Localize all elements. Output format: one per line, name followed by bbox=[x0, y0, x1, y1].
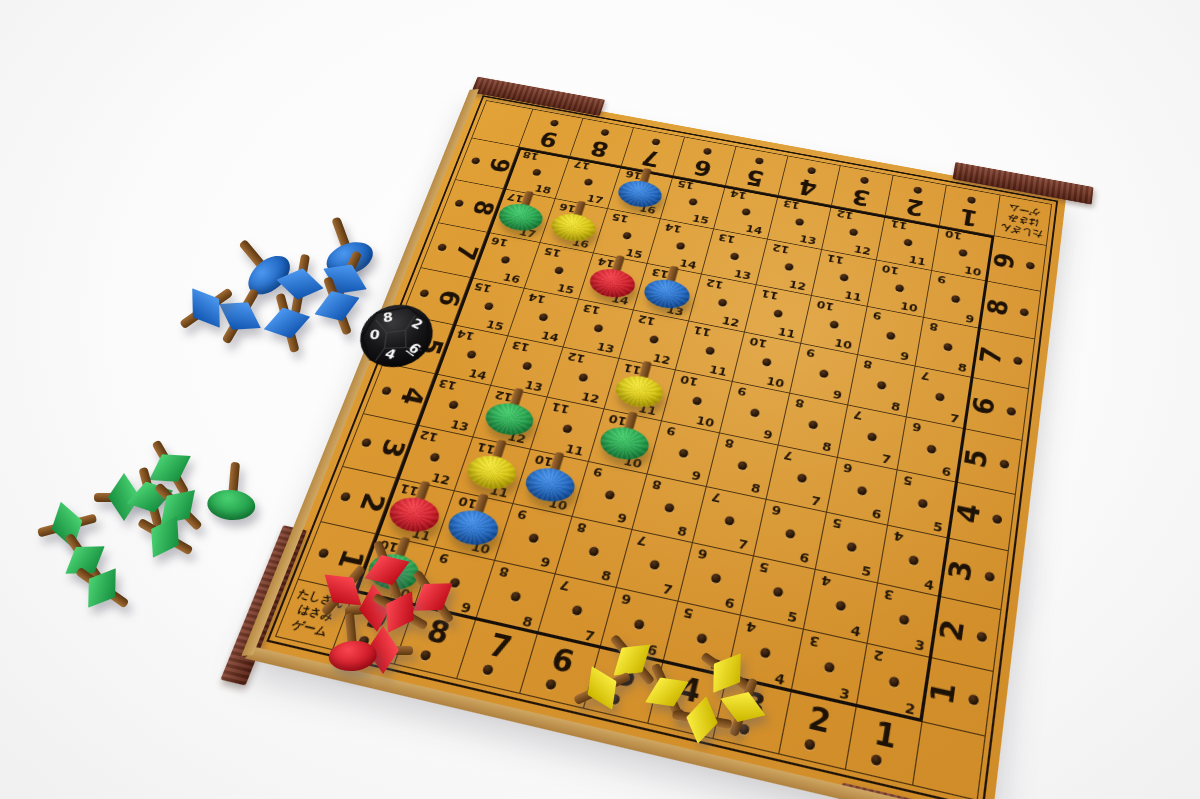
peg-hole[interactable] bbox=[1006, 407, 1016, 417]
cell-sum-rotated: 5 bbox=[831, 516, 843, 530]
cell-sum: 9 bbox=[832, 388, 843, 401]
peg-hole[interactable] bbox=[867, 432, 878, 442]
blue-loose-peg[interactable] bbox=[171, 273, 241, 343]
peg-hole[interactable] bbox=[710, 573, 722, 584]
green-peg-on-17[interactable] bbox=[494, 188, 551, 236]
peg-hole[interactable] bbox=[651, 138, 661, 146]
peg-hole[interactable] bbox=[593, 324, 604, 333]
peg-body bbox=[682, 694, 722, 747]
cell-sum: 11 bbox=[908, 254, 927, 267]
peg-hole[interactable] bbox=[583, 178, 593, 186]
peg-hole[interactable] bbox=[846, 542, 857, 553]
yellow-peg-on-11[interactable] bbox=[611, 357, 670, 413]
peg-hole[interactable] bbox=[797, 473, 808, 483]
red-peg-on-14[interactable] bbox=[586, 252, 643, 303]
red-peg-on-11[interactable] bbox=[384, 477, 450, 538]
peg-hole[interactable] bbox=[532, 168, 542, 176]
cell-sum: 11 bbox=[843, 289, 862, 303]
blue-peg-on-10[interactable] bbox=[521, 448, 584, 508]
edge-number: 9 bbox=[991, 251, 1020, 271]
cell-sum-rotated: 10 bbox=[816, 299, 835, 313]
cell-sum-rotated: 15 bbox=[543, 246, 563, 259]
cell-sum-rotated: 8 bbox=[929, 321, 939, 333]
cell-sum-rotated: 14 bbox=[664, 222, 683, 235]
corner-blank-bottom-right bbox=[913, 722, 986, 799]
blue-peg-on-13[interactable] bbox=[640, 262, 697, 313]
cell-sum: 9 bbox=[616, 511, 629, 525]
peg-hole[interactable] bbox=[784, 263, 794, 272]
edge-number: 2 bbox=[936, 617, 969, 644]
cell-sum: 6 bbox=[798, 550, 810, 565]
peg-body bbox=[327, 639, 377, 673]
cell-sum: 14 bbox=[467, 367, 488, 382]
cell-sum-rotated: 9 bbox=[937, 274, 947, 286]
cell-sum: 9 bbox=[899, 350, 910, 363]
peg-hole[interactable] bbox=[649, 335, 660, 344]
peg-hole[interactable] bbox=[772, 586, 783, 597]
edge-number: 9 bbox=[537, 127, 561, 149]
peg-body bbox=[596, 423, 652, 463]
peg-body bbox=[481, 399, 537, 439]
cell-sum: 12 bbox=[853, 244, 872, 257]
peg-hole[interactable] bbox=[419, 649, 432, 661]
peg-hole[interactable] bbox=[522, 361, 533, 370]
edge-number: 7 bbox=[450, 242, 481, 262]
edge-number: 6 bbox=[969, 395, 999, 418]
peg-hole[interactable] bbox=[903, 238, 913, 246]
cell-sum-rotated: 9 bbox=[736, 385, 748, 398]
peg-hole[interactable] bbox=[870, 754, 882, 767]
red-loose-peg[interactable] bbox=[317, 613, 387, 683]
peg-hole[interactable] bbox=[361, 438, 373, 448]
edge-number: 8 bbox=[984, 297, 1013, 318]
peg-hole[interactable] bbox=[724, 515, 735, 526]
peg-hole[interactable] bbox=[886, 331, 896, 340]
peg-hole[interactable] bbox=[785, 529, 796, 540]
edge-number: 4 bbox=[953, 501, 985, 526]
cell-sum-rotated: 8 bbox=[651, 478, 663, 492]
edge-number: 3 bbox=[374, 436, 408, 459]
peg-hole[interactable] bbox=[1019, 308, 1029, 317]
cell-sum-rotated: 11 bbox=[550, 401, 571, 416]
peg-body bbox=[206, 488, 256, 522]
cell-sum-rotated: 6 bbox=[842, 461, 853, 475]
peg-hole[interactable] bbox=[678, 448, 689, 458]
cell-sum-rotated: 3 bbox=[808, 634, 820, 650]
cell-sum-rotated: 11 bbox=[890, 218, 908, 231]
band-bottom-label-2: 2 bbox=[779, 692, 856, 770]
scene: { "game": "tashizan hasami game (Japanes… bbox=[0, 0, 1200, 799]
blue-peg-on-10[interactable] bbox=[443, 489, 508, 551]
peg-hole[interactable] bbox=[917, 498, 928, 508]
cell-sum-rotated: 17 bbox=[573, 159, 592, 171]
peg-hole[interactable] bbox=[454, 199, 464, 207]
peg-body bbox=[521, 464, 579, 506]
cell-sum: 7 bbox=[661, 582, 674, 597]
cell-sum-rotated: 5 bbox=[902, 474, 913, 488]
peg-hole[interactable] bbox=[943, 342, 953, 351]
peg-hole[interactable] bbox=[510, 591, 522, 602]
cell-sum: 16 bbox=[502, 271, 522, 284]
peg-hole[interactable] bbox=[554, 266, 565, 275]
peg-hole[interactable] bbox=[876, 381, 886, 390]
cell-sum-rotated: 6 bbox=[771, 503, 783, 517]
cell-sum-rotated: 4 bbox=[893, 529, 905, 544]
cell-sum: 6 bbox=[871, 507, 883, 521]
cell-sum-rotated: 9 bbox=[665, 425, 677, 438]
peg-hole[interactable] bbox=[471, 157, 481, 165]
cell-sum: 7 bbox=[949, 412, 960, 425]
peg-body bbox=[548, 211, 599, 245]
cell-sum-rotated: 13 bbox=[717, 232, 736, 245]
peg-hole[interactable] bbox=[688, 198, 698, 206]
cell-sum-rotated: 4 bbox=[820, 574, 832, 589]
cell-sum: 8 bbox=[521, 614, 535, 630]
peg-hole[interactable] bbox=[549, 119, 559, 127]
peg-hole[interactable] bbox=[703, 148, 713, 156]
peg-hole[interactable] bbox=[899, 614, 910, 625]
edge-number: 2 bbox=[904, 195, 926, 219]
cell-sum-rotated: 8 bbox=[724, 437, 736, 451]
cell-sum: 14 bbox=[744, 223, 763, 236]
edge-number: 1 bbox=[872, 718, 899, 754]
peg-body bbox=[612, 372, 667, 411]
peg-hole[interactable] bbox=[466, 350, 477, 359]
cell-sum: 2 bbox=[904, 700, 916, 717]
cell-sum-rotated: 15 bbox=[676, 179, 695, 191]
peg-hole[interactable] bbox=[1013, 356, 1023, 365]
edge-number: 1 bbox=[958, 205, 979, 229]
cell-sum-rotated: 10 bbox=[679, 373, 699, 388]
cell-sum: 7 bbox=[881, 452, 892, 466]
peg-hole[interactable] bbox=[992, 514, 1003, 525]
peg-hole[interactable] bbox=[968, 694, 979, 706]
cell-sum-rotated: 4 bbox=[745, 619, 758, 635]
yellow-peg-on-11[interactable] bbox=[462, 435, 526, 494]
peg-hole[interactable] bbox=[807, 167, 817, 175]
cell-sum: 9 bbox=[690, 469, 702, 483]
cell-sum: 3 bbox=[838, 686, 851, 702]
yellow-loose-peg[interactable] bbox=[667, 685, 737, 755]
cell-sum-rotated: 13 bbox=[581, 302, 601, 316]
cell-sum: 7 bbox=[810, 494, 822, 508]
cell-sum: 13 bbox=[798, 233, 817, 246]
peg-hole[interactable] bbox=[1026, 261, 1035, 270]
peg-body bbox=[641, 276, 693, 312]
cell-sum-rotated: 10 bbox=[881, 263, 900, 276]
peg-hole[interactable] bbox=[664, 503, 675, 513]
edge-number: 8 bbox=[467, 198, 497, 217]
cell-sum-rotated: 11 bbox=[760, 288, 779, 302]
cell-sum: 10 bbox=[833, 337, 853, 351]
cell-sum-rotated: 8 bbox=[794, 397, 805, 410]
cell-sum: 10 bbox=[765, 375, 785, 390]
green-peg-on-10[interactable] bbox=[596, 407, 657, 465]
peg-hole[interactable] bbox=[773, 309, 783, 318]
peg-hole[interactable] bbox=[429, 452, 441, 462]
peg-hole[interactable] bbox=[895, 284, 905, 293]
cell-sum-rotated: 11 bbox=[826, 253, 845, 266]
peg-body bbox=[615, 178, 665, 211]
peg-hole[interactable] bbox=[692, 396, 703, 406]
peg-hole[interactable] bbox=[571, 605, 583, 616]
yellow-peg-on-16[interactable] bbox=[547, 197, 603, 246]
cell-sum: 14 bbox=[540, 329, 560, 343]
peg-hole[interactable] bbox=[824, 661, 836, 673]
edge-number: 7 bbox=[977, 345, 1007, 367]
peg-hole[interactable] bbox=[500, 256, 511, 265]
peg-hole[interactable] bbox=[839, 273, 849, 282]
edge-number: 5 bbox=[744, 165, 767, 188]
cell-sum-rotated: 7 bbox=[710, 491, 722, 505]
cell-sum-rotated: 2 bbox=[872, 648, 884, 664]
cell-sum-rotated: 13 bbox=[510, 339, 531, 353]
cell-sum: 8 bbox=[676, 524, 688, 539]
peg-hole[interactable] bbox=[544, 678, 556, 690]
cell-sum-rotated: 13 bbox=[437, 377, 458, 392]
peg-hole[interactable] bbox=[730, 252, 740, 261]
peg-hole[interactable] bbox=[676, 242, 686, 250]
cell-sum-rotated: 7 bbox=[783, 449, 795, 463]
peg-hole[interactable] bbox=[888, 676, 899, 688]
green-peg-on-12[interactable] bbox=[481, 384, 543, 441]
peg-hole[interactable] bbox=[935, 392, 945, 402]
cell-sum: 12 bbox=[721, 315, 741, 329]
cell-sum-rotated: 6 bbox=[696, 547, 708, 562]
peg-hole[interactable] bbox=[649, 559, 661, 570]
cell-sum-rotated: 11 bbox=[692, 324, 712, 338]
peg-hole[interactable] bbox=[999, 459, 1009, 469]
peg-body bbox=[495, 201, 547, 234]
peg-hole[interactable] bbox=[750, 408, 761, 418]
cell-sum: 15 bbox=[485, 318, 506, 332]
cell-sum-rotated: 10 bbox=[748, 336, 768, 350]
peg-hole[interactable] bbox=[622, 231, 632, 239]
peg-hole[interactable] bbox=[538, 313, 549, 322]
edge-number: 7 bbox=[485, 630, 515, 664]
peg-hole[interactable] bbox=[926, 444, 936, 454]
cell-sum: 11 bbox=[777, 326, 797, 340]
peg-hole[interactable] bbox=[755, 157, 765, 165]
cell-sum-rotated: 12 bbox=[771, 242, 790, 255]
peg-hole[interactable] bbox=[737, 461, 748, 471]
cell-sum-rotated: 9 bbox=[805, 347, 816, 360]
peg-hole[interactable] bbox=[951, 295, 961, 304]
cell-sum-rotated: 7 bbox=[852, 409, 863, 422]
cell-sum: 9 bbox=[762, 428, 774, 441]
edge-number: 2 bbox=[354, 490, 389, 514]
cell-sum: 4 bbox=[923, 577, 935, 592]
peg-body bbox=[179, 279, 233, 337]
cell-sum: 7 bbox=[583, 628, 596, 644]
peg-hole[interactable] bbox=[913, 186, 922, 194]
band-bottom-label-1: 1 bbox=[846, 707, 923, 786]
peg-hole[interactable] bbox=[604, 490, 615, 500]
peg-hole[interactable] bbox=[795, 218, 805, 226]
edge-number: 2 bbox=[806, 703, 833, 739]
cell-sum: 15 bbox=[691, 213, 710, 226]
cell-sum-rotated: 7 bbox=[636, 534, 649, 549]
cell-sum-rotated: 9 bbox=[872, 310, 883, 322]
cell-sum-rotated: 12 bbox=[418, 429, 440, 444]
cell-sum: 8 bbox=[750, 481, 762, 495]
cell-sum: 5 bbox=[860, 564, 872, 579]
die-number-8: 8 bbox=[382, 310, 393, 325]
peg-hole[interactable] bbox=[741, 208, 751, 216]
cell-sum-rotated: 8 bbox=[575, 520, 588, 534]
cell-sum-rotated: 12 bbox=[566, 351, 587, 365]
cell-sum: 5 bbox=[932, 520, 943, 534]
edge-number: 9 bbox=[483, 156, 512, 174]
edge-number: 5 bbox=[961, 447, 992, 471]
peg-body bbox=[577, 659, 626, 716]
peg-hole[interactable] bbox=[808, 420, 819, 430]
peg-hole[interactable] bbox=[381, 386, 393, 396]
cell-sum: 13 bbox=[733, 268, 752, 281]
cell-sum: 8 bbox=[957, 361, 968, 374]
peg-hole[interactable] bbox=[528, 533, 540, 544]
peg-body bbox=[586, 266, 638, 301]
cell-sum-rotated: 7 bbox=[920, 370, 931, 383]
peg-hole[interactable] bbox=[860, 176, 869, 184]
cell-sum-rotated: 6 bbox=[620, 592, 633, 607]
peg-hole[interactable] bbox=[984, 571, 995, 582]
edge-number: 6 bbox=[691, 156, 714, 179]
peg-hole[interactable] bbox=[483, 302, 494, 311]
cell-sum-rotated: 18 bbox=[521, 150, 540, 162]
cell-sum: 6 bbox=[723, 595, 736, 610]
cell-sum-rotated: 14 bbox=[729, 188, 748, 201]
peg-hole[interactable] bbox=[578, 373, 589, 382]
cell-sum-rotated: 14 bbox=[455, 328, 476, 342]
cell-sum-rotated: 8 bbox=[862, 358, 873, 371]
cell-sum: 12 bbox=[580, 390, 601, 405]
edge-number: 4 bbox=[797, 175, 819, 198]
cell-sum: 15 bbox=[556, 282, 576, 296]
blue-loose-peg[interactable] bbox=[252, 288, 322, 358]
edge-number: 7 bbox=[640, 146, 663, 169]
cell-sum-rotated: 12 bbox=[705, 277, 725, 291]
cell-sum-rotated: 7 bbox=[558, 578, 571, 593]
peg-hole[interactable] bbox=[857, 486, 868, 496]
edge-number: 3 bbox=[850, 185, 872, 209]
peg-hole[interactable] bbox=[562, 424, 573, 434]
cell-sum: 3 bbox=[914, 637, 926, 653]
edge-number: 6 bbox=[432, 288, 463, 309]
cell-sum-rotated: 5 bbox=[682, 605, 695, 620]
cell-sum-rotated: 5 bbox=[758, 560, 770, 575]
peg-body bbox=[139, 508, 191, 566]
green-loose-peg[interactable] bbox=[67, 553, 137, 623]
cell-sum-rotated: 10 bbox=[944, 229, 962, 242]
peg-hole[interactable] bbox=[908, 555, 919, 566]
cell-sum-rotated: 14 bbox=[527, 292, 547, 306]
cell-sum: 9 bbox=[539, 555, 552, 570]
cell-sum-rotated: 15 bbox=[473, 281, 493, 295]
cell-sum: 10 bbox=[695, 414, 716, 429]
edge-number: 3 bbox=[945, 558, 978, 584]
peg-hole[interactable] bbox=[976, 631, 987, 643]
peg-hole[interactable] bbox=[437, 243, 448, 251]
cell-sum: 8 bbox=[821, 440, 832, 454]
green-loose-peg[interactable] bbox=[130, 502, 200, 572]
cell-sum: 13 bbox=[449, 418, 471, 433]
cell-sum: 7 bbox=[737, 537, 749, 552]
cell-sum-rotated: 9 bbox=[592, 465, 604, 479]
edge-number: 1 bbox=[927, 679, 961, 707]
cell-sum-rotated: 12 bbox=[637, 313, 657, 327]
cell-sum: 5 bbox=[786, 609, 798, 625]
cell-sum: 10 bbox=[963, 264, 982, 277]
peg-hole[interactable] bbox=[717, 298, 727, 307]
cell-sum: 4 bbox=[850, 623, 862, 639]
peg-hole[interactable] bbox=[835, 600, 846, 611]
cell-sum: 6 bbox=[941, 465, 952, 479]
cell-sum-rotated: 9 bbox=[516, 508, 529, 522]
peg-hole[interactable] bbox=[481, 664, 494, 676]
cell-sum-rotated: 12 bbox=[836, 208, 855, 221]
cell-sum: 11 bbox=[708, 363, 728, 378]
peg-body bbox=[444, 506, 503, 549]
cell-sum-rotated: 8 bbox=[497, 565, 510, 580]
edge-number: 4 bbox=[394, 385, 427, 407]
peg-body bbox=[463, 452, 521, 493]
peg-hole[interactable] bbox=[339, 492, 351, 502]
peg-hole[interactable] bbox=[705, 346, 716, 355]
cell-sum-rotated: 13 bbox=[782, 198, 801, 211]
peg-hole[interactable] bbox=[829, 320, 839, 329]
peg-hole[interactable] bbox=[762, 358, 772, 367]
cell-sum-rotated: 3 bbox=[883, 587, 895, 602]
peg-hole[interactable] bbox=[958, 249, 968, 257]
blue-peg-on-16[interactable] bbox=[614, 165, 669, 212]
cell-sum-rotated: 16 bbox=[490, 235, 510, 248]
peg-body bbox=[75, 559, 129, 617]
peg-hole[interactable] bbox=[448, 400, 459, 410]
edge-number: 8 bbox=[588, 137, 611, 160]
peg-hole[interactable] bbox=[803, 738, 815, 750]
cell-sum: 13 bbox=[595, 341, 615, 355]
peg-hole[interactable] bbox=[967, 196, 976, 204]
cell-sum: 8 bbox=[890, 400, 901, 413]
cell-sum-rotated: 6 bbox=[911, 421, 922, 434]
peg-hole[interactable] bbox=[419, 289, 430, 298]
cell-sum: 9 bbox=[965, 313, 975, 325]
peg-hole[interactable] bbox=[588, 546, 600, 557]
peg-hole[interactable] bbox=[819, 369, 829, 378]
cell-sum: 10 bbox=[899, 300, 918, 314]
cell-sum-rotated: 15 bbox=[611, 212, 630, 225]
cell-sum: 8 bbox=[600, 568, 613, 583]
cell-sum: 12 bbox=[788, 279, 807, 293]
peg-hole[interactable] bbox=[849, 228, 859, 236]
peg-hole[interactable] bbox=[600, 129, 610, 137]
